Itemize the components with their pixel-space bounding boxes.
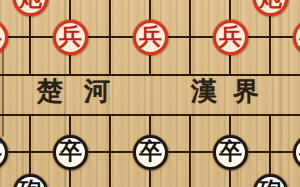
red-cannon-glyph: 炮 [259, 0, 282, 9]
river-label-chu: 楚 [37, 79, 63, 105]
black-cannon-glyph: 砲 [259, 179, 282, 187]
file-line [189, 114, 191, 187]
file-line [109, 114, 111, 187]
red-soldier[interactable]: 兵 [0, 20, 8, 55]
file-line [109, 0, 111, 76]
black-soldier-glyph: 卒 [139, 140, 162, 163]
red-soldier[interactable]: 兵 [213, 20, 248, 55]
black-soldier-glyph: 卒 [219, 140, 242, 163]
xiangqi-board: 楚 河 漢 界 炮炮兵兵兵兵兵卒卒卒卒卒砲砲 [0, 0, 300, 187]
black-cannon[interactable]: 砲 [13, 174, 48, 187]
black-soldier[interactable]: 卒 [293, 135, 300, 170]
river-label-jie: 界 [233, 79, 259, 105]
black-soldier[interactable]: 卒 [133, 135, 168, 170]
black-soldier[interactable]: 卒 [53, 135, 88, 170]
black-soldier-glyph: 卒 [299, 140, 300, 163]
black-cannon-glyph: 砲 [19, 179, 42, 187]
red-soldier-glyph: 兵 [0, 25, 2, 48]
red-soldier-glyph: 兵 [299, 25, 300, 48]
river-label-he: 河 [84, 79, 110, 105]
black-soldier[interactable]: 卒 [0, 135, 8, 170]
red-cannon[interactable]: 炮 [253, 0, 288, 16]
red-soldier-glyph: 兵 [139, 25, 162, 48]
red-soldier[interactable]: 兵 [53, 20, 88, 55]
black-soldier[interactable]: 卒 [213, 135, 248, 170]
red-soldier-glyph: 兵 [219, 25, 242, 48]
red-soldier-glyph: 兵 [59, 25, 82, 48]
red-soldier[interactable]: 兵 [293, 20, 300, 55]
black-cannon[interactable]: 砲 [253, 174, 288, 187]
black-soldier-glyph: 卒 [59, 140, 82, 163]
river-label-han: 漢 [191, 79, 217, 105]
red-cannon-glyph: 炮 [19, 0, 42, 9]
red-soldier[interactable]: 兵 [133, 20, 168, 55]
file-line [189, 0, 191, 76]
black-soldier-glyph: 卒 [0, 140, 2, 163]
red-cannon[interactable]: 炮 [13, 0, 48, 16]
